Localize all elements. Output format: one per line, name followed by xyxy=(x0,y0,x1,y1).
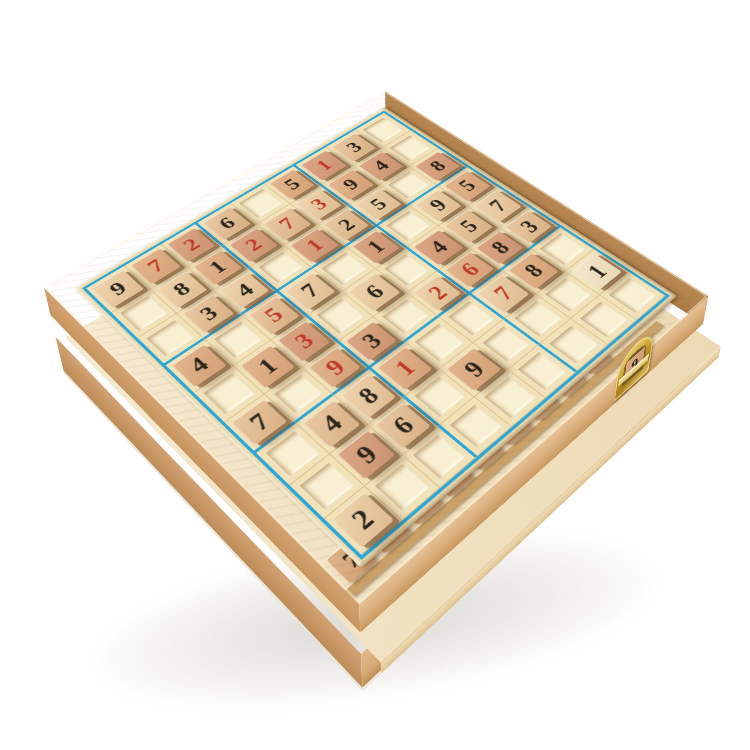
lid-top-face: 9726513812739434125845719513645779326834… xyxy=(44,91,708,604)
cell-r6c4: 3 xyxy=(339,316,406,368)
empty-recess-r5c1 xyxy=(204,374,254,414)
cell-r8c5: 9 xyxy=(440,343,509,397)
cell-r9c6 xyxy=(509,344,578,398)
cell-r9c1: 2 xyxy=(325,487,402,556)
cell-r7c1 xyxy=(256,423,330,485)
cell-r7c4: 1 xyxy=(371,342,440,396)
cell-r2c1 xyxy=(111,289,176,338)
cell-r9c5 xyxy=(475,370,546,427)
number-tile-r8c3[interactable]: 6 xyxy=(375,403,431,449)
cell-r6c3: 9 xyxy=(302,341,371,395)
empty-recess-r8c6 xyxy=(482,326,529,362)
empty-recess-r4c2 xyxy=(214,322,262,359)
empty-recess-r8c4 xyxy=(414,377,464,417)
number-tile-r3c2[interactable]: 3 xyxy=(183,295,234,333)
empty-recess-r9c4 xyxy=(450,405,502,447)
cell-r4c2 xyxy=(205,314,272,366)
number-tile-r9c1[interactable]: 2 xyxy=(332,493,394,548)
cell-r7c2: 4 xyxy=(296,395,368,454)
board-lid: 9726513812739434125845719513645779326834… xyxy=(44,91,708,604)
number-tile-r7c2[interactable]: 4 xyxy=(303,401,361,448)
cell-r4c1: 4 xyxy=(165,339,233,393)
number-tile-r6c4[interactable]: 3 xyxy=(345,321,398,361)
cell-r5c4 xyxy=(308,292,374,341)
number-tile-r4c3[interactable]: 5 xyxy=(248,296,299,335)
empty-recess-r6c2 xyxy=(274,375,323,414)
cell-r9c3 xyxy=(404,425,478,487)
cell-r6c5 xyxy=(374,292,440,341)
empty-recess-r9c9 xyxy=(609,279,655,313)
number-tile-r7c4[interactable]: 1 xyxy=(377,347,432,390)
cell-r9c4 xyxy=(440,397,512,456)
number-tile-r5c2[interactable]: 1 xyxy=(240,345,295,388)
cell-r7c5 xyxy=(406,317,473,369)
cell-r7c3: 8 xyxy=(335,368,405,425)
cell-r8c4 xyxy=(405,369,475,426)
cell-r6c2 xyxy=(264,367,334,423)
empty-recess-r9c7 xyxy=(550,326,598,363)
empty-recess-r9c2 xyxy=(375,464,429,511)
cell-r9c8 xyxy=(572,295,638,345)
product-photo: 7278864 97265138127394341258457195136457… xyxy=(0,0,750,750)
number-tile-r4c1[interactable]: 4 xyxy=(171,344,226,387)
number-tile-r8c5[interactable]: 9 xyxy=(446,348,501,391)
empty-recess-r2c1 xyxy=(120,296,167,331)
empty-recess-r3c8 xyxy=(388,172,428,199)
empty-recess-r9c3 xyxy=(413,435,464,478)
empty-recess-r3c1 xyxy=(147,321,194,357)
empty-recess-r7c5 xyxy=(415,324,463,361)
number-tile-r8c2[interactable]: 9 xyxy=(336,430,395,480)
empty-recess-r5c4 xyxy=(317,298,364,333)
number-tile-r7c3[interactable]: 8 xyxy=(341,374,396,418)
empty-recess-r9c6 xyxy=(518,352,566,390)
number-tile-r6c1[interactable]: 7 xyxy=(231,400,287,446)
empty-recess-r7c1 xyxy=(266,432,319,476)
cell-r4c3: 5 xyxy=(242,291,308,340)
empty-recess-r6c5 xyxy=(382,299,428,333)
cell-r8c3: 6 xyxy=(368,396,440,455)
cell-r3c2: 3 xyxy=(177,290,243,339)
cell-r8c7 xyxy=(506,294,572,344)
cell-r9c7 xyxy=(541,319,609,371)
empty-recess-r8c1 xyxy=(300,463,354,510)
cell-r5c3: 3 xyxy=(272,315,339,367)
number-tile-r5c3[interactable]: 3 xyxy=(278,321,330,361)
empty-recess-r8c7 xyxy=(514,301,561,336)
empty-recess-r9c5 xyxy=(485,378,535,419)
cell-r8c6 xyxy=(473,318,540,370)
cell-r6c1: 7 xyxy=(225,394,297,453)
cell-r8c1 xyxy=(290,454,365,519)
cell-r7c6 xyxy=(440,293,506,343)
scene: 7278864 97265138127394341258457195136457… xyxy=(0,0,750,750)
cell-r9c2 xyxy=(365,455,441,520)
empty-recess-r7c6 xyxy=(448,301,494,335)
cell-r8c2: 9 xyxy=(330,424,404,486)
cell-r3c1 xyxy=(138,314,205,365)
empty-recess-r9c8 xyxy=(580,302,627,338)
cell-r5c1 xyxy=(194,366,264,422)
number-tile-r6c3[interactable]: 9 xyxy=(308,347,360,388)
cell-r5c2: 1 xyxy=(234,340,303,394)
board-surface: 9726513812739434125845719513645779326834… xyxy=(82,111,670,560)
